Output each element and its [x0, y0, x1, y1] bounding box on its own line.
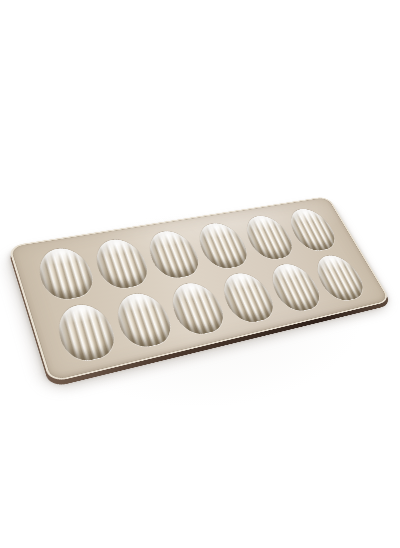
madeleine-cavity [164, 279, 230, 338]
madeleine-cavity [33, 245, 99, 303]
madeleine-cavity [51, 300, 121, 365]
madeleine-cavity [216, 270, 281, 326]
product-photo [0, 0, 400, 548]
madeleine-cavity [192, 220, 254, 271]
madeleine-cavity [110, 289, 178, 351]
madeleine-cavity [89, 236, 154, 291]
madeleine-cavity [142, 228, 205, 281]
